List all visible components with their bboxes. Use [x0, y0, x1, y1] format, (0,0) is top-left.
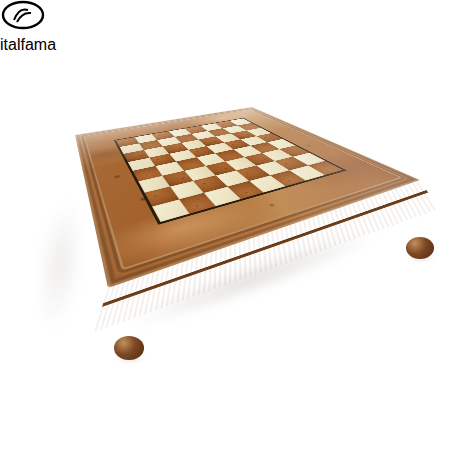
- watermark-text: italfama: [0, 36, 462, 54]
- italfama-logo-icon: [0, 0, 46, 32]
- bun-foot-right: [406, 237, 434, 259]
- product-photo-scene: italfama: [0, 0, 462, 462]
- italfama-watermark: italfama: [0, 0, 462, 54]
